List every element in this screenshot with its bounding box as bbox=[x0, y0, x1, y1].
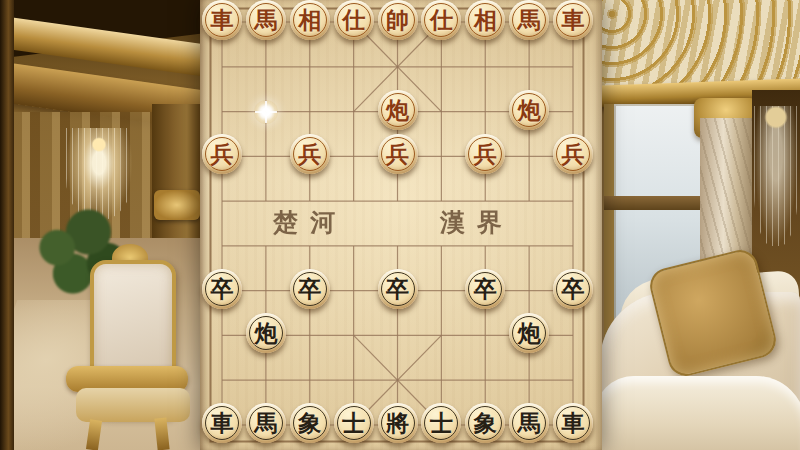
piece-black-general[interactable]: 將 bbox=[378, 403, 418, 443]
piece-character: 炮 bbox=[378, 90, 418, 130]
gilded-armchair bbox=[48, 248, 200, 450]
piece-character: 仕 bbox=[421, 0, 461, 40]
background-left-hall bbox=[0, 0, 202, 450]
piece-character: 士 bbox=[421, 403, 461, 443]
piece-red-advisor[interactable]: 仕 bbox=[334, 0, 374, 40]
gilded-capital bbox=[154, 190, 200, 220]
piece-red-soldier[interactable]: 兵 bbox=[553, 134, 593, 174]
piece-character: 兵 bbox=[465, 134, 505, 174]
board-pieces-layer: 車馬相仕帥仕相馬車炮炮兵兵兵兵兵卒卒卒卒卒炮炮車馬象士將士象馬車 bbox=[200, 0, 602, 450]
piece-red-cannon[interactable]: 炮 bbox=[509, 90, 549, 130]
piece-black-chariot[interactable]: 車 bbox=[202, 403, 242, 443]
piece-black-soldier[interactable]: 卒 bbox=[290, 269, 330, 309]
piece-red-general[interactable]: 帥 bbox=[378, 0, 418, 40]
piece-character: 兵 bbox=[378, 134, 418, 174]
chair-back-leg bbox=[154, 417, 169, 450]
piece-black-horse[interactable]: 馬 bbox=[246, 403, 286, 443]
piece-red-horse[interactable]: 馬 bbox=[509, 0, 549, 40]
piece-black-soldier[interactable]: 卒 bbox=[378, 269, 418, 309]
piece-character: 仕 bbox=[334, 0, 374, 40]
left-edge-column bbox=[0, 0, 14, 450]
piece-character: 馬 bbox=[509, 403, 549, 443]
piece-black-horse[interactable]: 馬 bbox=[509, 403, 549, 443]
piece-red-soldier[interactable]: 兵 bbox=[465, 134, 505, 174]
piece-black-cannon[interactable]: 炮 bbox=[509, 313, 549, 353]
piece-character: 馬 bbox=[509, 0, 549, 40]
piece-character: 兵 bbox=[202, 134, 242, 174]
piece-character: 炮 bbox=[246, 313, 286, 353]
piece-character: 相 bbox=[465, 0, 505, 40]
piece-character: 車 bbox=[553, 403, 593, 443]
piece-character: 象 bbox=[290, 403, 330, 443]
piece-character: 卒 bbox=[465, 269, 505, 309]
piece-character: 兵 bbox=[553, 134, 593, 174]
sofa-front-roll-cushion bbox=[594, 376, 800, 450]
piece-black-chariot[interactable]: 車 bbox=[553, 403, 593, 443]
piece-black-soldier[interactable]: 卒 bbox=[553, 269, 593, 309]
piece-character: 將 bbox=[378, 403, 418, 443]
piece-character: 帥 bbox=[378, 0, 418, 40]
piece-character: 炮 bbox=[509, 90, 549, 130]
piece-character: 象 bbox=[465, 403, 505, 443]
chair-front-leg bbox=[86, 419, 102, 450]
piece-character: 相 bbox=[290, 0, 330, 40]
piece-character: 車 bbox=[553, 0, 593, 40]
piece-character: 卒 bbox=[202, 269, 242, 309]
piece-character: 馬 bbox=[246, 403, 286, 443]
piece-red-horse[interactable]: 馬 bbox=[246, 0, 286, 40]
piece-black-elephant[interactable]: 象 bbox=[290, 403, 330, 443]
piece-character: 車 bbox=[202, 0, 242, 40]
piece-red-cannon[interactable]: 炮 bbox=[378, 90, 418, 130]
piece-red-advisor[interactable]: 仕 bbox=[421, 0, 461, 40]
piece-character: 兵 bbox=[290, 134, 330, 174]
chair-seat-cushion bbox=[76, 388, 190, 422]
piece-black-elephant[interactable]: 象 bbox=[465, 403, 505, 443]
piece-black-advisor[interactable]: 士 bbox=[334, 403, 374, 443]
piece-character: 卒 bbox=[290, 269, 330, 309]
piece-character: 炮 bbox=[509, 313, 549, 353]
piece-red-chariot[interactable]: 車 bbox=[202, 0, 242, 40]
piece-red-soldier[interactable]: 兵 bbox=[202, 134, 242, 174]
piece-black-soldier[interactable]: 卒 bbox=[465, 269, 505, 309]
piece-character: 馬 bbox=[246, 0, 286, 40]
piece-black-advisor[interactable]: 士 bbox=[421, 403, 461, 443]
piece-character: 士 bbox=[334, 403, 374, 443]
piece-red-soldier[interactable]: 兵 bbox=[378, 134, 418, 174]
piece-red-soldier[interactable]: 兵 bbox=[290, 134, 330, 174]
piece-black-soldier[interactable]: 卒 bbox=[202, 269, 242, 309]
background-right-window bbox=[600, 0, 800, 450]
piece-character: 卒 bbox=[378, 269, 418, 309]
piece-red-chariot[interactable]: 車 bbox=[553, 0, 593, 40]
piece-character: 卒 bbox=[553, 269, 593, 309]
piece-black-cannon[interactable]: 炮 bbox=[246, 313, 286, 353]
xiangqi-board[interactable]: 楚河 漢界 車馬相仕帥仕相馬車炮炮兵兵兵兵兵卒卒卒卒卒炮炮車馬象士將士象馬車 bbox=[200, 0, 602, 450]
piece-red-elephant[interactable]: 相 bbox=[290, 0, 330, 40]
crystal-chandelier bbox=[754, 106, 798, 246]
gold-scroll-frieze bbox=[600, 0, 800, 86]
piece-character: 車 bbox=[202, 403, 242, 443]
piece-red-elephant[interactable]: 相 bbox=[465, 0, 505, 40]
